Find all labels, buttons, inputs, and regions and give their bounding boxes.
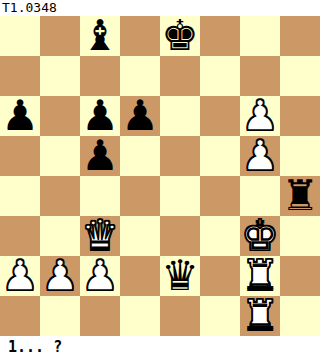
square-b2[interactable]: ♟ [40,256,80,296]
square-d2[interactable] [120,256,160,296]
white-pawn-b2-icon[interactable]: ♟ [41,256,79,296]
square-f2[interactable] [200,256,240,296]
square-f1[interactable] [200,296,240,336]
square-c5[interactable]: ♟ [80,136,120,176]
square-g6[interactable]: ♟ [240,96,280,136]
square-a1[interactable] [0,296,40,336]
square-d1[interactable] [120,296,160,336]
square-b8[interactable] [40,16,80,56]
square-b6[interactable] [40,96,80,136]
white-pawn-g6-icon[interactable]: ♟ [241,96,279,136]
square-c3[interactable]: ♛ [80,216,120,256]
black-bishop-c8-icon[interactable]: ♝ [81,16,119,56]
square-a5[interactable] [0,136,40,176]
square-c2[interactable]: ♟ [80,256,120,296]
square-c1[interactable] [80,296,120,336]
square-a8[interactable] [0,16,40,56]
square-f7[interactable] [200,56,240,96]
square-e4[interactable] [160,176,200,216]
square-g2[interactable]: ♜ [240,256,280,296]
square-d6[interactable]: ♟ [120,96,160,136]
square-h7[interactable] [280,56,320,96]
square-b1[interactable] [40,296,80,336]
square-h8[interactable] [280,16,320,56]
square-f5[interactable] [200,136,240,176]
square-b7[interactable] [40,56,80,96]
square-h6[interactable] [280,96,320,136]
square-b4[interactable] [40,176,80,216]
square-e2[interactable]: ♛ [160,256,200,296]
square-h2[interactable] [280,256,320,296]
square-g7[interactable] [240,56,280,96]
square-d5[interactable] [120,136,160,176]
chess-board: ♝♚♟♟♟♟♟♟♜♛♚♟♟♟♛♜♜ [0,16,320,336]
square-c4[interactable] [80,176,120,216]
square-e5[interactable] [160,136,200,176]
square-d7[interactable] [120,56,160,96]
square-e8[interactable]: ♚ [160,16,200,56]
square-g3[interactable]: ♚ [240,216,280,256]
white-pawn-a2-icon[interactable]: ♟ [1,256,39,296]
black-pawn-c5-icon[interactable]: ♟ [81,136,119,176]
white-rook-g1-icon[interactable]: ♜ [241,296,279,336]
square-g5[interactable]: ♟ [240,136,280,176]
square-g8[interactable] [240,16,280,56]
black-pawn-a6-icon[interactable]: ♟ [1,96,39,136]
square-g1[interactable]: ♜ [240,296,280,336]
black-pawn-c6-icon[interactable]: ♟ [81,96,119,136]
white-pawn-c2-icon[interactable]: ♟ [81,256,119,296]
black-pawn-d6-icon[interactable]: ♟ [121,96,159,136]
chess-diagram-window: T1.0348 ♝♚♟♟♟♟♟♟♜♛♚♟♟♟♛♜♜ 1... ? [0,0,320,360]
square-d8[interactable] [120,16,160,56]
square-b3[interactable] [40,216,80,256]
square-f6[interactable] [200,96,240,136]
square-e6[interactable] [160,96,200,136]
square-a7[interactable] [0,56,40,96]
square-c8[interactable]: ♝ [80,16,120,56]
black-king-e8-icon[interactable]: ♚ [161,16,199,56]
black-queen-e2-icon[interactable]: ♛ [161,256,199,296]
white-queen-c3-icon[interactable]: ♛ [81,216,119,256]
square-b5[interactable] [40,136,80,176]
square-h3[interactable] [280,216,320,256]
square-e1[interactable] [160,296,200,336]
square-h1[interactable] [280,296,320,336]
square-e3[interactable] [160,216,200,256]
move-prompt: 1... ? [0,336,320,360]
square-c6[interactable]: ♟ [80,96,120,136]
square-e7[interactable] [160,56,200,96]
square-c7[interactable] [80,56,120,96]
square-f3[interactable] [200,216,240,256]
square-a6[interactable]: ♟ [0,96,40,136]
black-rook-h4-icon[interactable]: ♜ [281,176,319,216]
diagram-title: T1.0348 [0,0,320,16]
square-d4[interactable] [120,176,160,216]
square-a2[interactable]: ♟ [0,256,40,296]
white-rook-g2-icon[interactable]: ♜ [241,256,279,296]
white-pawn-g5-icon[interactable]: ♟ [241,136,279,176]
square-d3[interactable] [120,216,160,256]
square-a4[interactable] [0,176,40,216]
square-h4[interactable]: ♜ [280,176,320,216]
square-g4[interactable] [240,176,280,216]
square-h5[interactable] [280,136,320,176]
square-a3[interactable] [0,216,40,256]
square-f4[interactable] [200,176,240,216]
square-f8[interactable] [200,16,240,56]
white-king-g3-icon[interactable]: ♚ [241,216,279,256]
